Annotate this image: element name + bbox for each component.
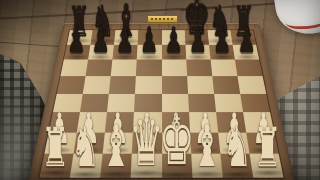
square-b6[interactable] — [86, 60, 113, 76]
piece-wB-c1[interactable]: ♝ — [101, 117, 131, 175]
piece-bP-h7[interactable]: ♟ — [237, 23, 255, 58]
piece-wN-b1[interactable]: ♞ — [71, 119, 100, 175]
piece-bP-e7[interactable]: ♟ — [164, 23, 182, 58]
square-c5[interactable] — [109, 76, 136, 93]
chess-photo-scene: ♜♞♝♚♞♜♟♟♟♟♟♟♟♟♟♟♟♟♟♟♟♟♜♞♝♛♚♝♞♜ — [0, 0, 320, 180]
piece-bP-g7[interactable]: ♟ — [213, 23, 231, 58]
square-h5[interactable] — [237, 76, 266, 93]
square-d6[interactable] — [136, 60, 161, 76]
piece-bP-c7[interactable]: ♟ — [116, 23, 134, 58]
square-e5[interactable] — [162, 76, 188, 93]
square-a5[interactable] — [57, 76, 86, 93]
piece-wR-a1[interactable]: ♜ — [41, 121, 69, 175]
piece-wN-g1[interactable]: ♞ — [223, 119, 252, 175]
piece-wB-f1[interactable]: ♝ — [192, 117, 222, 175]
piece-bP-a7[interactable]: ♟ — [67, 23, 85, 58]
square-f5[interactable] — [187, 76, 214, 93]
square-b5[interactable] — [83, 76, 111, 93]
square-d5[interactable] — [135, 76, 161, 93]
floor-seam — [0, 42, 66, 48]
square-f6[interactable] — [186, 60, 212, 76]
square-a6[interactable] — [60, 60, 88, 76]
piece-wR-h1[interactable]: ♜ — [254, 121, 282, 175]
piece-bP-f7[interactable]: ♟ — [189, 23, 207, 58]
square-g6[interactable] — [210, 60, 237, 76]
red-stripe — [285, 11, 320, 30]
piece-wK-e1[interactable]: ♚ — [159, 107, 194, 175]
square-e6[interactable] — [162, 60, 187, 76]
square-h6[interactable] — [235, 60, 263, 76]
square-c6[interactable] — [111, 60, 137, 76]
square-g5[interactable] — [212, 76, 240, 93]
piece-bP-d7[interactable]: ♟ — [140, 23, 158, 58]
piece-bP-b7[interactable]: ♟ — [91, 23, 109, 58]
